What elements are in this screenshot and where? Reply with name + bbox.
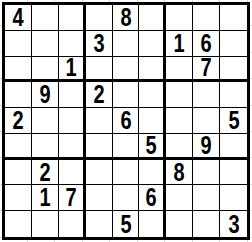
- cell-r5c5[interactable]: 6: [113, 108, 140, 134]
- cell-r8c8[interactable]: [193, 185, 220, 211]
- given-digit: 2: [93, 82, 104, 107]
- cell-r4c7[interactable]: [166, 82, 193, 108]
- cell-r9c7[interactable]: [166, 211, 193, 237]
- given-digit: 1: [65, 57, 76, 81]
- given-digit: 5: [146, 134, 157, 158]
- cell-r6c1[interactable]: [5, 134, 32, 160]
- cell-r8c3[interactable]: 7: [59, 185, 86, 211]
- given-digit: 6: [120, 108, 131, 133]
- cell-r3c8[interactable]: 7: [193, 57, 220, 83]
- cell-r6c2[interactable]: [32, 134, 59, 160]
- cell-r6c9[interactable]: [220, 134, 247, 160]
- cell-r3c5[interactable]: [113, 57, 140, 83]
- cell-r8c7[interactable]: [166, 185, 193, 211]
- given-digit: 1: [39, 185, 50, 210]
- cell-r2c6[interactable]: [139, 31, 166, 57]
- cell-r6c3[interactable]: [59, 134, 86, 160]
- cell-r1c1[interactable]: 4: [5, 5, 32, 31]
- cell-r4c2[interactable]: 9: [32, 82, 59, 108]
- cell-r3c6[interactable]: [139, 57, 166, 83]
- cell-r1c9[interactable]: [220, 5, 247, 31]
- cell-r3c4[interactable]: [86, 57, 113, 83]
- given-digit: 3: [93, 31, 104, 56]
- cell-r4c6[interactable]: [139, 82, 166, 108]
- cell-r1c3[interactable]: [59, 5, 86, 31]
- cell-r3c1[interactable]: [5, 57, 32, 83]
- cell-r9c4[interactable]: [86, 211, 113, 237]
- given-digit: 7: [65, 185, 76, 210]
- sudoku-board: 483161792265592817653: [2, 2, 250, 240]
- cell-r6c8[interactable]: 9: [193, 134, 220, 160]
- cell-r8c2[interactable]: 1: [32, 185, 59, 211]
- cell-r5c4[interactable]: [86, 108, 113, 134]
- cell-r9c8[interactable]: [193, 211, 220, 237]
- cell-r9c9[interactable]: 3: [220, 211, 247, 237]
- cell-r6c5[interactable]: [113, 134, 140, 160]
- cell-r3c7[interactable]: [166, 57, 193, 83]
- cell-r1c4[interactable]: [86, 5, 113, 31]
- cell-r4c3[interactable]: [59, 82, 86, 108]
- cell-r1c8[interactable]: [193, 5, 220, 31]
- given-digit: 4: [12, 5, 23, 30]
- cell-r2c2[interactable]: [32, 31, 59, 57]
- cell-r8c1[interactable]: [5, 185, 32, 211]
- cell-r1c2[interactable]: [32, 5, 59, 31]
- cell-r2c3[interactable]: [59, 31, 86, 57]
- given-digit: 9: [201, 134, 212, 158]
- cell-r2c9[interactable]: [220, 31, 247, 57]
- cell-r1c5[interactable]: 8: [113, 5, 140, 31]
- given-digit: 5: [228, 108, 239, 133]
- cell-r8c6[interactable]: 6: [139, 185, 166, 211]
- cell-r8c9[interactable]: [220, 185, 247, 211]
- cell-r6c7[interactable]: [166, 134, 193, 160]
- cell-r7c5[interactable]: [113, 160, 140, 186]
- cell-r1c6[interactable]: [139, 5, 166, 31]
- cell-r6c4[interactable]: [86, 134, 113, 160]
- cell-r9c3[interactable]: [59, 211, 86, 237]
- cell-r7c3[interactable]: [59, 160, 86, 186]
- cell-r3c9[interactable]: [220, 57, 247, 83]
- cell-r2c1[interactable]: [5, 31, 32, 57]
- given-digit: 7: [201, 57, 212, 81]
- cell-r9c5[interactable]: 5: [113, 211, 140, 237]
- cell-r5c2[interactable]: [32, 108, 59, 134]
- cell-r2c7[interactable]: 1: [166, 31, 193, 57]
- cell-r4c4[interactable]: 2: [86, 82, 113, 108]
- given-digit: 8: [174, 160, 185, 185]
- cell-r7c8[interactable]: [193, 160, 220, 186]
- cell-r2c4[interactable]: 3: [86, 31, 113, 57]
- cell-r7c7[interactable]: 8: [166, 160, 193, 186]
- cell-r9c1[interactable]: [5, 211, 32, 237]
- cell-r9c2[interactable]: [32, 211, 59, 237]
- cell-r8c5[interactable]: [113, 185, 140, 211]
- cell-r5c8[interactable]: [193, 108, 220, 134]
- cell-r5c6[interactable]: [139, 108, 166, 134]
- cell-r2c8[interactable]: 6: [193, 31, 220, 57]
- given-digit: 2: [12, 108, 23, 133]
- cell-r9c6[interactable]: [139, 211, 166, 237]
- cell-r4c8[interactable]: [193, 82, 220, 108]
- cell-r4c9[interactable]: [220, 82, 247, 108]
- given-digit: 3: [228, 212, 239, 237]
- cell-r5c1[interactable]: 2: [5, 108, 32, 134]
- cell-r7c9[interactable]: [220, 160, 247, 186]
- cell-r5c3[interactable]: [59, 108, 86, 134]
- cell-r2c5[interactable]: [113, 31, 140, 57]
- cell-r4c5[interactable]: [113, 82, 140, 108]
- cell-r7c1[interactable]: [5, 160, 32, 186]
- cell-r7c6[interactable]: [139, 160, 166, 186]
- cell-r1c7[interactable]: [166, 5, 193, 31]
- given-digit: 9: [39, 82, 50, 107]
- cell-r7c2[interactable]: 2: [32, 160, 59, 186]
- given-digit: 6: [146, 185, 157, 210]
- given-digit: 5: [120, 212, 131, 237]
- cell-r6c6[interactable]: 5: [139, 134, 166, 160]
- cell-r5c7[interactable]: [166, 108, 193, 134]
- given-digit: 1: [174, 31, 185, 56]
- given-digit: 6: [201, 31, 212, 56]
- cell-r8c4[interactable]: [86, 185, 113, 211]
- cell-r3c2[interactable]: [32, 57, 59, 83]
- given-digit: 8: [120, 5, 131, 30]
- sheet-background: 483161792265592817653: [0, 0, 252, 242]
- cell-r4c1[interactable]: [5, 82, 32, 108]
- cell-r3c3[interactable]: 1: [59, 57, 86, 83]
- given-digit: 2: [39, 160, 50, 185]
- cell-r5c9[interactable]: 5: [220, 108, 247, 134]
- cell-r7c4[interactable]: [86, 160, 113, 186]
